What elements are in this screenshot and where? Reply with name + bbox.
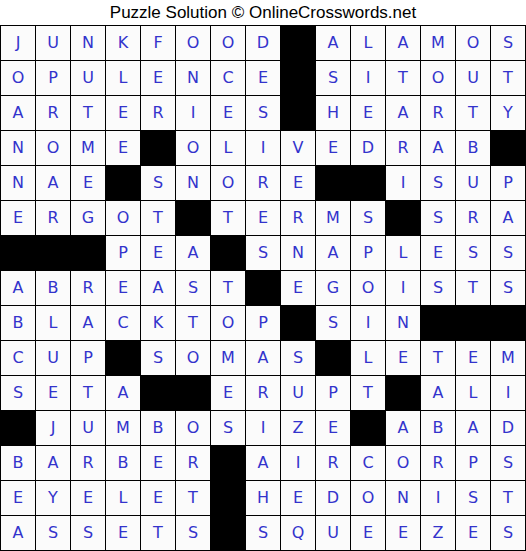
letter-cell: A [491,201,525,235]
block-cell [1,236,35,270]
letter-cell: E [1,481,35,515]
puzzle-solution-page: Puzzle Solution © OnlineCrosswords.net J… [0,0,526,551]
letter-cell: E [281,481,315,515]
letter-cell: E [316,411,350,445]
letter-cell: L [211,131,245,165]
letter-cell: P [106,236,140,270]
block-cell [106,166,140,200]
block-cell [211,516,245,550]
letter-cell: U [281,376,315,410]
letter-cell: A [176,236,210,270]
letter-cell: E [386,341,420,375]
letter-cell: E [211,376,245,410]
letter-cell: L [351,341,385,375]
letter-cell: E [456,341,490,375]
block-cell [176,376,210,410]
letter-cell: U [316,516,350,550]
letter-cell: A [71,306,105,340]
letter-cell: A [246,446,280,480]
letter-cell: T [141,516,175,550]
letter-cell: N [176,166,210,200]
letter-cell: R [386,131,420,165]
letter-cell: S [281,341,315,375]
block-cell [281,26,315,60]
letter-cell: E [141,446,175,480]
letter-cell: S [491,446,525,480]
letter-cell: S [211,411,245,445]
letter-cell: M [106,411,140,445]
letter-cell: C [1,341,35,375]
letter-cell: E [1,201,35,235]
letter-cell: O [456,26,490,60]
letter-cell: O [176,341,210,375]
letter-cell: B [36,271,70,305]
letter-cell: E [281,166,315,200]
crossword-grid: JUNKFOODALAMOSOPULENCESITOUTARTERIESHEAR… [0,25,526,551]
letter-cell: L [456,376,490,410]
block-cell [456,306,490,340]
letter-cell: I [491,376,525,410]
letter-cell: S [176,271,210,305]
letter-cell: E [106,271,140,305]
letter-cell: I [421,481,455,515]
letter-cell: R [176,446,210,480]
letter-cell: S [421,201,455,235]
letter-cell: E [36,376,70,410]
letter-cell: R [316,446,350,480]
letter-cell: A [1,271,35,305]
letter-cell: E [106,131,140,165]
letter-cell: R [36,96,70,130]
letter-cell: Q [281,516,315,550]
letter-cell: O [211,26,245,60]
letter-cell: T [491,61,525,95]
letter-cell: S [491,26,525,60]
letter-cell: S [491,236,525,270]
letter-cell: B [421,411,455,445]
letter-cell: Y [36,481,70,515]
block-cell [141,131,175,165]
letter-cell: R [71,446,105,480]
letter-cell: E [351,96,385,130]
letter-cell: R [246,166,280,200]
letter-cell: S [1,376,35,410]
letter-cell: T [176,306,210,340]
block-cell [211,446,245,480]
block-cell [281,306,315,340]
block-cell [106,341,140,375]
letter-cell: J [1,26,35,60]
letter-cell: S [36,516,70,550]
letter-cell: R [36,201,70,235]
block-cell [36,236,70,270]
letter-cell: E [141,61,175,95]
letter-cell: M [211,341,245,375]
letter-cell: O [211,166,245,200]
block-cell [316,341,350,375]
letter-cell: T [71,376,105,410]
letter-cell: I [351,61,385,95]
letter-cell: P [456,446,490,480]
letter-cell: U [456,166,490,200]
letter-cell: B [1,446,35,480]
letter-cell: U [71,411,105,445]
letter-cell: T [456,96,490,130]
letter-cell: T [141,201,175,235]
letter-cell: P [71,341,105,375]
letter-cell: B [1,306,35,340]
letter-cell: I [351,306,385,340]
letter-cell: S [351,201,385,235]
letter-cell: T [351,376,385,410]
letter-cell: L [106,61,140,95]
letter-cell: E [141,236,175,270]
letter-cell: K [141,306,175,340]
letter-cell: S [246,96,280,130]
letter-cell: V [281,131,315,165]
letter-cell: T [491,481,525,515]
letter-cell: O [176,131,210,165]
letter-cell: C [211,61,245,95]
block-cell [351,411,385,445]
block-cell [246,271,280,305]
letter-cell: T [386,61,420,95]
letter-cell: A [141,271,175,305]
letter-cell: C [106,306,140,340]
block-cell [491,131,525,165]
letter-cell: A [421,376,455,410]
letter-cell: E [106,96,140,130]
letter-cell: A [421,131,455,165]
letter-cell: E [456,516,490,550]
letter-cell: Z [281,411,315,445]
letter-cell: T [211,271,245,305]
letter-cell: U [456,61,490,95]
letter-cell: O [36,131,70,165]
letter-cell: K [106,26,140,60]
letter-cell: N [386,306,420,340]
letter-cell: I [246,131,280,165]
letter-cell: O [176,26,210,60]
letter-cell: S [176,516,210,550]
letter-cell: H [246,481,280,515]
letter-cell: P [36,61,70,95]
letter-cell: A [1,516,35,550]
letter-cell: L [106,481,140,515]
letter-cell: T [456,271,490,305]
letter-cell: O [351,481,385,515]
letter-cell: B [141,411,175,445]
block-cell [316,166,350,200]
letter-cell: S [141,166,175,200]
letter-cell: S [421,271,455,305]
letter-cell: M [71,131,105,165]
letter-cell: M [316,201,350,235]
letter-cell: O [421,61,455,95]
letter-cell: M [421,26,455,60]
letter-cell: R [421,96,455,130]
letter-cell: O [176,411,210,445]
block-cell [211,236,245,270]
letter-cell: O [351,271,385,305]
letter-cell: U [36,341,70,375]
letter-cell: O [386,446,420,480]
letter-cell: I [281,446,315,480]
letter-cell: N [386,481,420,515]
letter-cell: D [246,26,280,60]
block-cell [421,306,455,340]
letter-cell: R [246,376,280,410]
letter-cell: E [71,481,105,515]
letter-cell: O [1,61,35,95]
letter-cell: R [141,96,175,130]
letter-cell: Z [421,516,455,550]
letter-cell: S [141,341,175,375]
block-cell [71,236,105,270]
letter-cell: A [386,26,420,60]
letter-cell: S [421,166,455,200]
letter-cell: I [386,166,420,200]
letter-cell: A [456,411,490,445]
letter-cell: I [246,411,280,445]
block-cell [281,61,315,95]
block-cell [176,201,210,235]
letter-cell: E [386,516,420,550]
letter-cell: N [176,61,210,95]
letter-cell: A [386,411,420,445]
block-cell [386,376,420,410]
letter-cell: A [106,376,140,410]
letter-cell: B [106,446,140,480]
letter-cell: E [106,516,140,550]
letter-cell: P [351,236,385,270]
page-title: Puzzle Solution © OnlineCrosswords.net [0,0,526,25]
letter-cell: T [176,481,210,515]
block-cell [1,411,35,445]
letter-cell: M [491,341,525,375]
letter-cell: P [246,306,280,340]
letter-cell: E [281,271,315,305]
letter-cell: A [36,446,70,480]
letter-cell: D [316,481,350,515]
letter-cell: J [36,411,70,445]
letter-cell: U [36,26,70,60]
letter-cell: T [211,201,245,235]
letter-cell: A [246,341,280,375]
letter-cell: R [421,446,455,480]
letter-cell: A [36,166,70,200]
letter-cell: N [1,166,35,200]
letter-cell: S [71,516,105,550]
letter-cell: E [246,201,280,235]
letter-cell: D [491,411,525,445]
block-cell [386,201,420,235]
letter-cell: E [71,166,105,200]
letter-cell: N [1,131,35,165]
letter-cell: T [421,341,455,375]
letter-cell: F [141,26,175,60]
letter-cell: Y [491,96,525,130]
block-cell [211,481,245,515]
letter-cell: O [106,201,140,235]
letter-cell: E [141,481,175,515]
letter-cell: T [71,96,105,130]
letter-cell: N [71,26,105,60]
letter-cell: A [1,96,35,130]
letter-cell: E [316,131,350,165]
letter-cell: N [281,236,315,270]
block-cell [141,376,175,410]
letter-cell: U [71,61,105,95]
letter-cell: S [491,271,525,305]
letter-cell: S [316,61,350,95]
letter-cell: I [176,96,210,130]
letter-cell: R [71,271,105,305]
letter-cell: S [456,481,490,515]
letter-cell: H [316,96,350,130]
letter-cell: L [386,236,420,270]
letter-cell: C [351,446,385,480]
letter-cell: R [281,201,315,235]
block-cell [281,96,315,130]
letter-cell: A [316,26,350,60]
letter-cell: I [386,271,420,305]
letter-cell: S [456,236,490,270]
letter-cell: D [351,131,385,165]
letter-cell: P [491,166,525,200]
letter-cell: O [211,306,245,340]
letter-cell: R [456,201,490,235]
block-cell [491,306,525,340]
letter-cell: A [386,96,420,130]
letter-cell: E [421,236,455,270]
letter-cell: L [351,26,385,60]
letter-cell: G [71,201,105,235]
letter-cell: E [246,61,280,95]
letter-cell: G [316,271,350,305]
letter-cell: S [246,516,280,550]
letter-cell: E [211,96,245,130]
letter-cell: A [316,236,350,270]
letter-cell: S [316,306,350,340]
letter-cell: B [456,131,490,165]
letter-cell: S [491,516,525,550]
letter-cell: S [246,236,280,270]
letter-cell: E [351,516,385,550]
letter-cell: P [316,376,350,410]
letter-cell: L [36,306,70,340]
block-cell [351,166,385,200]
